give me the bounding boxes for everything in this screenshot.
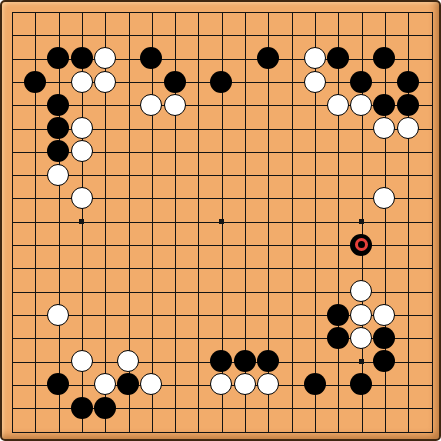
black-stone bbox=[210, 71, 232, 93]
black-stone-point bbox=[350, 70, 373, 93]
black-stone bbox=[47, 117, 69, 139]
black-stone bbox=[397, 94, 419, 116]
white-stone-point bbox=[70, 186, 93, 209]
white-stone-point bbox=[70, 70, 93, 93]
white-stone-point bbox=[117, 350, 140, 373]
white-stone bbox=[94, 373, 116, 395]
white-stone-point bbox=[70, 140, 93, 163]
black-stone-point bbox=[373, 326, 396, 349]
black-stone bbox=[397, 71, 419, 93]
white-stone-point bbox=[350, 326, 373, 349]
white-stone bbox=[327, 94, 349, 116]
white-stone-point bbox=[210, 373, 233, 396]
white-stone-point bbox=[326, 93, 349, 116]
white-stone-point bbox=[256, 373, 279, 396]
white-stone bbox=[234, 373, 256, 395]
white-stone-point bbox=[47, 303, 70, 326]
white-stone bbox=[71, 117, 93, 139]
star-point-dot bbox=[219, 219, 224, 224]
black-stone-point bbox=[233, 350, 256, 373]
white-stone-point bbox=[373, 303, 396, 326]
black-stone-point bbox=[47, 373, 70, 396]
black-stone-point bbox=[70, 47, 93, 70]
white-stone bbox=[373, 304, 395, 326]
black-stone-point bbox=[210, 70, 233, 93]
white-stone-point bbox=[303, 70, 326, 93]
black-stone-point bbox=[47, 140, 70, 163]
star-point-dot bbox=[79, 219, 84, 224]
white-stone-point bbox=[70, 117, 93, 140]
black-stone-point bbox=[373, 93, 396, 116]
black-stone bbox=[140, 47, 162, 69]
black-stone bbox=[327, 47, 349, 69]
white-stone-point bbox=[93, 70, 116, 93]
white-stone bbox=[210, 373, 232, 395]
white-stone bbox=[373, 187, 395, 209]
white-stone bbox=[47, 164, 69, 186]
black-stone bbox=[373, 47, 395, 69]
white-stone-point bbox=[93, 47, 116, 70]
go-board bbox=[0, 0, 441, 441]
black-stone-point bbox=[373, 350, 396, 373]
black-stone bbox=[373, 350, 395, 372]
white-stone bbox=[373, 117, 395, 139]
black-stone bbox=[47, 373, 69, 395]
white-stone-point bbox=[233, 373, 256, 396]
black-stone bbox=[257, 350, 279, 372]
black-stone bbox=[71, 47, 93, 69]
black-stone bbox=[304, 373, 326, 395]
white-stone bbox=[350, 304, 372, 326]
black-stone-point bbox=[23, 70, 46, 93]
black-stone bbox=[234, 350, 256, 372]
black-stone bbox=[373, 94, 395, 116]
black-stone bbox=[47, 140, 69, 162]
white-stone bbox=[71, 71, 93, 93]
black-stone-point bbox=[326, 303, 349, 326]
white-stone bbox=[164, 94, 186, 116]
white-stone bbox=[71, 187, 93, 209]
white-stone bbox=[47, 304, 69, 326]
white-stone-point bbox=[140, 93, 163, 116]
black-stone bbox=[47, 94, 69, 116]
black-stone-point bbox=[93, 396, 116, 419]
black-stone-point bbox=[140, 47, 163, 70]
white-stone-point bbox=[93, 373, 116, 396]
white-stone bbox=[94, 47, 116, 69]
star-point bbox=[210, 210, 233, 233]
black-stone bbox=[373, 327, 395, 349]
white-stone-point bbox=[350, 280, 373, 303]
white-stone bbox=[350, 94, 372, 116]
black-stone bbox=[117, 373, 139, 395]
black-stone-point bbox=[326, 47, 349, 70]
white-stone bbox=[94, 71, 116, 93]
black-stone bbox=[71, 397, 93, 419]
white-stone-point bbox=[163, 93, 186, 116]
white-stone bbox=[140, 94, 162, 116]
white-stone bbox=[117, 350, 139, 372]
white-stone bbox=[350, 327, 372, 349]
black-stone bbox=[210, 350, 232, 372]
black-stone bbox=[327, 327, 349, 349]
black-stone-point bbox=[256, 47, 279, 70]
white-stone-point bbox=[373, 186, 396, 209]
black-stone-point bbox=[350, 373, 373, 396]
black-stone-point bbox=[326, 326, 349, 349]
white-stone-point bbox=[373, 117, 396, 140]
black-stone-point bbox=[256, 350, 279, 373]
white-stone-point bbox=[396, 117, 419, 140]
black-stone bbox=[327, 304, 349, 326]
white-stone bbox=[304, 47, 326, 69]
black-stone bbox=[94, 397, 116, 419]
white-stone-point bbox=[70, 350, 93, 373]
black-stone-point bbox=[396, 93, 419, 116]
black-stone-point bbox=[47, 117, 70, 140]
white-stone bbox=[71, 350, 93, 372]
star-point-dot bbox=[359, 219, 364, 224]
black-stone-point bbox=[70, 396, 93, 419]
black-stone-point bbox=[47, 47, 70, 70]
star-point-dot bbox=[359, 359, 364, 364]
black-stone bbox=[47, 47, 69, 69]
white-stone bbox=[71, 140, 93, 162]
black-stone-point bbox=[350, 233, 373, 256]
white-stone-point bbox=[303, 47, 326, 70]
black-stone-point bbox=[373, 47, 396, 70]
black-stone bbox=[350, 373, 372, 395]
white-stone-point bbox=[350, 303, 373, 326]
black-stone-point bbox=[163, 70, 186, 93]
white-stone-point bbox=[350, 93, 373, 116]
black-stone-point bbox=[117, 373, 140, 396]
white-stone-point bbox=[47, 163, 70, 186]
white-stone bbox=[257, 373, 279, 395]
marked-black-stone bbox=[350, 234, 372, 256]
black-stone-point bbox=[210, 350, 233, 373]
go-board-grid bbox=[0, 0, 441, 441]
black-stone-point bbox=[303, 373, 326, 396]
white-stone bbox=[140, 373, 162, 395]
white-stone bbox=[304, 71, 326, 93]
last-move-circle-marker bbox=[355, 238, 368, 251]
black-stone bbox=[350, 71, 372, 93]
white-stone-point bbox=[140, 373, 163, 396]
black-stone-point bbox=[396, 70, 419, 93]
star-point bbox=[70, 210, 93, 233]
star-point bbox=[350, 350, 373, 373]
black-stone bbox=[164, 71, 186, 93]
black-stone-point bbox=[47, 93, 70, 116]
black-stone bbox=[24, 71, 46, 93]
white-stone bbox=[397, 117, 419, 139]
star-point bbox=[350, 210, 373, 233]
white-stone bbox=[350, 280, 372, 302]
black-stone bbox=[257, 47, 279, 69]
